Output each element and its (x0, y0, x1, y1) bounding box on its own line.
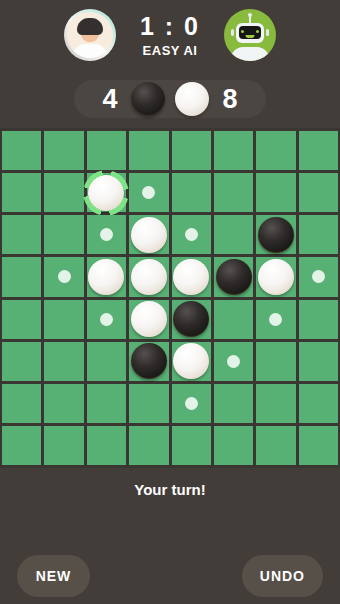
white-disc (258, 259, 294, 295)
board-cell-e5 (172, 300, 211, 339)
legal-move-hint (227, 355, 240, 368)
board-cell-f3[interactable] (214, 215, 253, 254)
black-disc-icon (131, 82, 165, 116)
board-cell-f4 (214, 257, 253, 296)
board-cell-b7[interactable] (44, 384, 83, 423)
board-cell-c3[interactable] (87, 215, 126, 254)
white-disc (88, 175, 124, 211)
board-cell-c6[interactable] (87, 342, 126, 381)
robot-eye-right (256, 30, 259, 33)
board-cell-h4[interactable] (299, 257, 338, 296)
match-score: 1 : 0 EASY AI (140, 14, 200, 57)
board-cell-g2[interactable] (256, 173, 295, 212)
legal-move-hint (58, 270, 71, 283)
board-cell-d7[interactable] (129, 384, 168, 423)
board-cell-f6[interactable] (214, 342, 253, 381)
board-cell-a3[interactable] (2, 215, 41, 254)
board-cell-f1[interactable] (214, 131, 253, 170)
white-disc (131, 217, 167, 253)
legal-move-hint (185, 228, 198, 241)
black-disc (216, 259, 252, 295)
human-avatar-inner (67, 12, 113, 58)
board-cell-g1[interactable] (256, 131, 295, 170)
board-cell-f5[interactable] (214, 300, 253, 339)
board-cell-d5 (129, 300, 168, 339)
match-score-text: 1 : 0 (140, 14, 200, 39)
human-avatar-icon (64, 9, 116, 61)
board-cell-c1[interactable] (87, 131, 126, 170)
board-cell-d1[interactable] (129, 131, 168, 170)
bottom-bar: NEW UNDO (0, 555, 340, 604)
board-cell-c5[interactable] (87, 300, 126, 339)
board-cell-h8[interactable] (299, 426, 338, 465)
robot-avatar-icon (224, 9, 276, 61)
board-cell-d6 (129, 342, 168, 381)
board-cell-h6[interactable] (299, 342, 338, 381)
board-cell-g6[interactable] (256, 342, 295, 381)
legal-move-hint (269, 313, 282, 326)
robot-ear-right (266, 29, 269, 36)
board-cell-a2[interactable] (2, 173, 41, 212)
board-cell-f2[interactable] (214, 173, 253, 212)
black-disc-count: 4 (99, 84, 121, 115)
difficulty-label: EASY AI (143, 44, 198, 57)
black-disc (173, 301, 209, 337)
board-cell-f8[interactable] (214, 426, 253, 465)
disc-count-pill: 4 8 (74, 80, 266, 118)
board-cell-h2[interactable] (299, 173, 338, 212)
robot-ear-left (231, 29, 234, 36)
board-cell-d3 (129, 215, 168, 254)
board-cell-b6[interactable] (44, 342, 83, 381)
legal-move-hint (100, 228, 113, 241)
board-cell-g4 (256, 257, 295, 296)
board-cell-h7[interactable] (299, 384, 338, 423)
board-cell-h5[interactable] (299, 300, 338, 339)
board-cell-h3[interactable] (299, 215, 338, 254)
board-cell-a7[interactable] (2, 384, 41, 423)
white-disc (173, 259, 209, 295)
new-game-button[interactable]: NEW (17, 555, 90, 597)
board-cell-c4 (87, 257, 126, 296)
board-cell-b2[interactable] (44, 173, 83, 212)
board-cell-g3 (256, 215, 295, 254)
board-cell-d4 (129, 257, 168, 296)
robot-antenna-dot (248, 13, 252, 17)
board-cell-e6 (172, 342, 211, 381)
board-cell-e7[interactable] (172, 384, 211, 423)
board-cell-e2[interactable] (172, 173, 211, 212)
board-cell-e3[interactable] (172, 215, 211, 254)
board-cell-e1[interactable] (172, 131, 211, 170)
legal-move-hint (142, 186, 155, 199)
board-cell-a4[interactable] (2, 257, 41, 296)
undo-button[interactable]: UNDO (242, 555, 323, 597)
board-cell-a6[interactable] (2, 342, 41, 381)
black-disc (258, 217, 294, 253)
black-disc (131, 343, 167, 379)
board-cell-c7[interactable] (87, 384, 126, 423)
status-message: Your turn! (0, 481, 340, 498)
legal-move-hint (100, 313, 113, 326)
board-cell-h1[interactable] (299, 131, 338, 170)
board-cell-e8[interactable] (172, 426, 211, 465)
robot-torso (231, 47, 269, 61)
board-cell-b8[interactable] (44, 426, 83, 465)
white-disc (88, 259, 124, 295)
board-cell-a1[interactable] (2, 131, 41, 170)
disc-count-row: 4 8 (0, 70, 340, 128)
board-cell-b3[interactable] (44, 215, 83, 254)
board-cell-d2[interactable] (129, 173, 168, 212)
white-disc (131, 301, 167, 337)
board-cell-b5[interactable] (44, 300, 83, 339)
header: 1 : 0 EASY AI (0, 0, 340, 70)
board-cell-a8[interactable] (2, 426, 41, 465)
board (0, 128, 340, 468)
board-cell-c2 (87, 173, 126, 212)
board-cell-b4[interactable] (44, 257, 83, 296)
board-cell-d8[interactable] (129, 426, 168, 465)
human-hair (77, 18, 103, 35)
board-cell-e4 (172, 257, 211, 296)
white-disc (173, 343, 209, 379)
board-cell-a5[interactable] (2, 300, 41, 339)
white-disc-icon (175, 82, 209, 116)
legal-move-hint (312, 270, 325, 283)
white-disc-count: 8 (219, 84, 241, 115)
white-disc (131, 259, 167, 295)
board-cell-c8[interactable] (87, 426, 126, 465)
board-cell-g7[interactable] (256, 384, 295, 423)
board-cell-g8[interactable] (256, 426, 295, 465)
board-cell-f7[interactable] (214, 384, 253, 423)
legal-move-hint (185, 397, 198, 410)
board-cell-g5[interactable] (256, 300, 295, 339)
human-shirt (73, 44, 107, 58)
robot-eye-left (241, 30, 244, 33)
board-cell-b1[interactable] (44, 131, 83, 170)
last-move-ring (83, 170, 129, 216)
